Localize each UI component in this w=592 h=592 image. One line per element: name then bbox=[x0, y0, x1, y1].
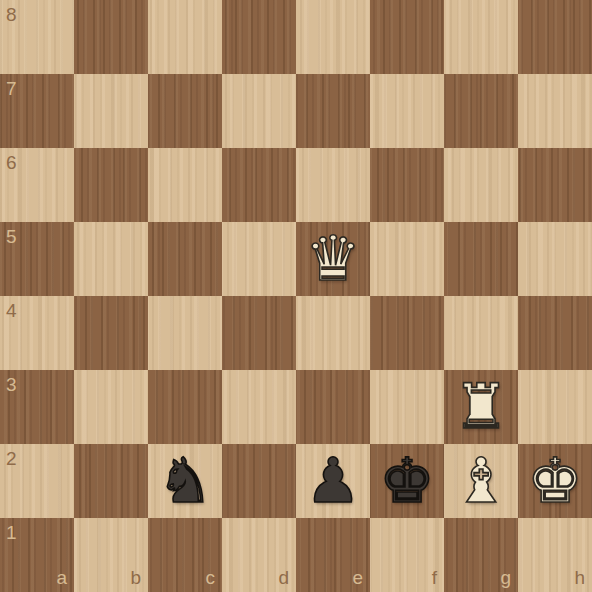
square-c6[interactable] bbox=[148, 148, 222, 222]
square-f4[interactable] bbox=[370, 296, 444, 370]
rank-label-5: 5 bbox=[6, 227, 17, 246]
file-label-c: c bbox=[206, 568, 216, 587]
square-f2[interactable]: ♚ bbox=[370, 444, 444, 518]
file-label-e: e bbox=[352, 568, 363, 587]
white-rook[interactable]: ♜ bbox=[453, 370, 509, 444]
square-e4[interactable] bbox=[296, 296, 370, 370]
square-b5[interactable] bbox=[74, 222, 148, 296]
square-e1[interactable]: e bbox=[296, 518, 370, 592]
square-f8[interactable] bbox=[370, 0, 444, 74]
rank-label-7: 7 bbox=[6, 79, 17, 98]
square-c2[interactable]: ♞ bbox=[148, 444, 222, 518]
square-b7[interactable] bbox=[74, 74, 148, 148]
square-a4[interactable]: 4 bbox=[0, 296, 74, 370]
rank-label-1: 1 bbox=[6, 523, 17, 542]
square-g8[interactable] bbox=[444, 0, 518, 74]
square-a7[interactable]: 7 bbox=[0, 74, 74, 148]
square-e3[interactable] bbox=[296, 370, 370, 444]
square-f7[interactable] bbox=[370, 74, 444, 148]
rank-label-4: 4 bbox=[6, 301, 17, 320]
square-a6[interactable]: 6 bbox=[0, 148, 74, 222]
square-f5[interactable] bbox=[370, 222, 444, 296]
square-h1[interactable]: h bbox=[518, 518, 592, 592]
square-a8[interactable]: 8 bbox=[0, 0, 74, 74]
file-label-a: a bbox=[56, 568, 67, 587]
square-d2[interactable] bbox=[222, 444, 296, 518]
white-queen[interactable]: ♛ bbox=[305, 222, 361, 296]
square-g5[interactable] bbox=[444, 222, 518, 296]
black-pawn[interactable]: ♟ bbox=[305, 444, 361, 518]
square-c7[interactable] bbox=[148, 74, 222, 148]
square-h4[interactable] bbox=[518, 296, 592, 370]
square-b2[interactable] bbox=[74, 444, 148, 518]
file-label-f: f bbox=[432, 568, 437, 587]
chess-board-container: 8765♛43♜2♞♟♚♝♚1abcdefgh bbox=[0, 0, 592, 592]
square-c5[interactable] bbox=[148, 222, 222, 296]
file-label-g: g bbox=[500, 568, 511, 587]
square-d5[interactable] bbox=[222, 222, 296, 296]
white-king[interactable]: ♚ bbox=[527, 444, 583, 518]
square-d6[interactable] bbox=[222, 148, 296, 222]
square-f1[interactable]: f bbox=[370, 518, 444, 592]
square-c8[interactable] bbox=[148, 0, 222, 74]
black-king[interactable]: ♚ bbox=[379, 444, 435, 518]
square-g2[interactable]: ♝ bbox=[444, 444, 518, 518]
square-e2[interactable]: ♟ bbox=[296, 444, 370, 518]
square-c1[interactable]: c bbox=[148, 518, 222, 592]
rank-label-2: 2 bbox=[6, 449, 17, 468]
square-b1[interactable]: b bbox=[74, 518, 148, 592]
square-e7[interactable] bbox=[296, 74, 370, 148]
square-b4[interactable] bbox=[74, 296, 148, 370]
square-g4[interactable] bbox=[444, 296, 518, 370]
square-h2[interactable]: ♚ bbox=[518, 444, 592, 518]
square-d7[interactable] bbox=[222, 74, 296, 148]
square-d4[interactable] bbox=[222, 296, 296, 370]
square-b6[interactable] bbox=[74, 148, 148, 222]
square-g3[interactable]: ♜ bbox=[444, 370, 518, 444]
square-a1[interactable]: 1a bbox=[0, 518, 74, 592]
square-a2[interactable]: 2 bbox=[0, 444, 74, 518]
square-h6[interactable] bbox=[518, 148, 592, 222]
square-b8[interactable] bbox=[74, 0, 148, 74]
chess-board: 8765♛43♜2♞♟♚♝♚1abcdefgh bbox=[0, 0, 592, 592]
square-h5[interactable] bbox=[518, 222, 592, 296]
square-g7[interactable] bbox=[444, 74, 518, 148]
square-e5[interactable]: ♛ bbox=[296, 222, 370, 296]
square-b3[interactable] bbox=[74, 370, 148, 444]
white-bishop[interactable]: ♝ bbox=[453, 444, 509, 518]
square-h8[interactable] bbox=[518, 0, 592, 74]
square-a5[interactable]: 5 bbox=[0, 222, 74, 296]
square-f6[interactable] bbox=[370, 148, 444, 222]
square-h7[interactable] bbox=[518, 74, 592, 148]
square-c4[interactable] bbox=[148, 296, 222, 370]
square-e6[interactable] bbox=[296, 148, 370, 222]
file-label-b: b bbox=[130, 568, 141, 587]
file-label-h: h bbox=[574, 568, 585, 587]
square-h3[interactable] bbox=[518, 370, 592, 444]
square-c3[interactable] bbox=[148, 370, 222, 444]
square-e8[interactable] bbox=[296, 0, 370, 74]
square-g6[interactable] bbox=[444, 148, 518, 222]
rank-label-8: 8 bbox=[6, 5, 17, 24]
rank-label-6: 6 bbox=[6, 153, 17, 172]
square-d1[interactable]: d bbox=[222, 518, 296, 592]
square-a3[interactable]: 3 bbox=[0, 370, 74, 444]
square-d3[interactable] bbox=[222, 370, 296, 444]
black-knight[interactable]: ♞ bbox=[157, 444, 213, 518]
file-label-d: d bbox=[278, 568, 289, 587]
rank-label-3: 3 bbox=[6, 375, 17, 394]
square-f3[interactable] bbox=[370, 370, 444, 444]
square-g1[interactable]: g bbox=[444, 518, 518, 592]
square-d8[interactable] bbox=[222, 0, 296, 74]
